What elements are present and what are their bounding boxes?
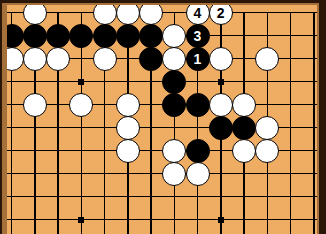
stone-black [46,24,70,48]
stone-black [116,24,140,48]
stone-white [116,139,140,163]
stone-black [209,116,233,140]
stone-white [232,139,256,163]
stone-black [186,93,210,117]
stone-black [139,24,163,48]
stone-black [162,70,186,94]
board-frame-left-shadow [2,3,7,234]
grid-line-horizontal [7,219,317,221]
star-point [218,79,224,85]
grid-line-horizontal [7,196,317,198]
stone-white [116,93,140,117]
stone-white [116,116,140,140]
grid-line-vertical [313,12,315,234]
stone-white [255,47,279,71]
stone-black [69,24,93,48]
board-frame-right [319,0,326,234]
stone-white [232,93,256,117]
grid-line-vertical [290,12,292,234]
stone-white [69,93,93,117]
move-number-label: 1 [194,52,202,66]
stone-black [23,24,47,48]
go-board[interactable]: 4231 [0,0,326,234]
star-point [78,217,84,223]
move-3-stone: 3 [186,24,210,48]
move-number-label: 3 [194,29,202,43]
stone-black [232,116,256,140]
go-diagram: 4231 [0,0,326,234]
move-number-label: 4 [194,6,202,20]
stone-white [162,47,186,71]
stone-white [162,162,186,186]
stone-white [162,139,186,163]
stone-white [255,116,279,140]
stone-white [93,47,117,71]
stone-white [255,139,279,163]
board-frame-top-shadow [0,3,326,5]
stone-white [209,47,233,71]
move-number-label: 2 [217,6,225,20]
stone-black [139,47,163,71]
stone-white [46,47,70,71]
stone-black [162,93,186,117]
stone-black [186,139,210,163]
stone-white [23,47,47,71]
stone-white [162,24,186,48]
stone-white [186,162,210,186]
stone-white [23,93,47,117]
star-point [78,79,84,85]
star-point [218,217,224,223]
stone-white [209,93,233,117]
stone-black [93,24,117,48]
move-1-stone: 1 [186,47,210,71]
